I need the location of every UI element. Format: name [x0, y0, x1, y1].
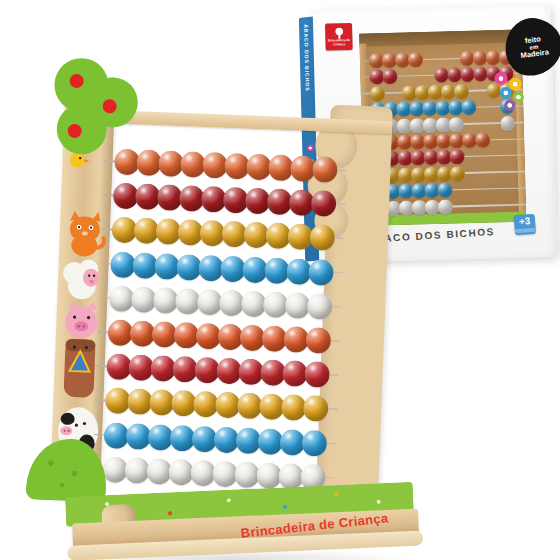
orange-bead	[459, 51, 474, 66]
flower-icon	[504, 100, 515, 111]
blue-bead	[461, 100, 476, 115]
age-badge: +3	[514, 214, 537, 236]
abacus-base: Brincadeira de Criança	[6, 48, 424, 560]
age-badge-band	[515, 228, 536, 234]
yellow-bead	[450, 166, 465, 181]
brand-logo: Brincadeira de Criança	[325, 23, 353, 51]
flower-icon	[500, 87, 512, 99]
flower-icon	[513, 91, 524, 102]
white-bead	[448, 117, 463, 132]
red-bead	[447, 67, 462, 82]
red-bead	[434, 68, 449, 83]
product-photo: ÁBACO DOS BICHOS Brincadeira de Criança …	[0, 0, 560, 560]
orange-bead	[475, 132, 490, 147]
red-bead	[460, 67, 475, 82]
brand-logo-text: Brincadeira de Criança	[327, 39, 351, 47]
flower-icon	[494, 72, 507, 85]
yellow-bead	[454, 84, 469, 99]
made-of-wood-badge-text: feito em Madeira	[518, 34, 549, 60]
blue-bead	[437, 183, 452, 198]
box-abacus-top-rail	[359, 30, 521, 47]
orange-bead	[485, 50, 500, 65]
age-badge-number: +3	[518, 214, 530, 229]
orange-bead	[472, 50, 487, 65]
badge-flower-cluster	[494, 71, 535, 118]
white-bead	[438, 199, 453, 214]
red-bead	[449, 149, 464, 164]
red-bead	[473, 67, 488, 82]
wooden-abacus: Brincadeira de Criança	[26, 56, 422, 558]
